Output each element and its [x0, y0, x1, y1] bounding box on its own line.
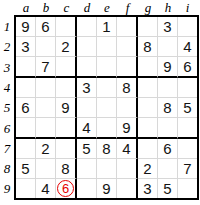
digit: 9 [61, 99, 69, 116]
row-labels: 123456789 [0, 17, 14, 198]
cell-h9[interactable]: 5 [158, 179, 178, 198]
cell-e4[interactable] [97, 78, 117, 98]
cell-h1[interactable]: 3 [158, 17, 178, 37]
cell-c3[interactable] [56, 57, 77, 78]
digit: 5 [163, 180, 171, 197]
digit: 5 [82, 140, 90, 157]
cell-d6[interactable]: 4 [77, 118, 97, 139]
col-label-a: a [16, 0, 36, 15]
digit: 3 [21, 38, 29, 55]
col-label-g: g [138, 0, 158, 15]
cell-a7[interactable] [16, 139, 36, 159]
cell-i3[interactable]: 6 [178, 57, 197, 78]
cell-h7[interactable]: 6 [158, 139, 178, 159]
cell-i1[interactable] [178, 17, 197, 37]
cell-a6[interactable] [16, 118, 36, 139]
cell-a4[interactable] [16, 78, 36, 98]
cell-e5[interactable] [97, 98, 117, 118]
digit: 6 [163, 140, 171, 157]
cell-c1[interactable] [56, 17, 77, 37]
cell-c9[interactable]: 6 [56, 179, 77, 198]
cell-g4[interactable] [138, 78, 158, 98]
digit: 8 [122, 79, 130, 96]
cell-d9[interactable] [77, 179, 97, 198]
cell-h5[interactable]: 8 [158, 98, 178, 118]
row-label-4: 4 [0, 78, 14, 98]
cell-c5[interactable]: 9 [56, 98, 77, 118]
cell-i8[interactable]: 7 [178, 159, 197, 179]
digit: 4 [82, 119, 90, 136]
digit: 3 [143, 180, 151, 197]
cell-e3[interactable] [97, 57, 117, 78]
cell-i2[interactable]: 4 [178, 37, 197, 57]
digit: 7 [183, 160, 191, 177]
digit: 8 [143, 38, 151, 55]
cell-d4[interactable]: 3 [77, 78, 97, 98]
digit: 6 [183, 58, 191, 75]
digit: 4 [122, 140, 130, 157]
digit: 3 [82, 79, 90, 96]
cell-i7[interactable] [178, 139, 197, 159]
digit: 2 [61, 38, 69, 55]
cell-e1[interactable]: 1 [97, 17, 117, 37]
cell-e2[interactable] [97, 37, 117, 57]
digit: 6 [21, 99, 29, 116]
cell-b7[interactable]: 2 [36, 139, 56, 159]
cell-h6[interactable] [158, 118, 178, 139]
row-label-2: 2 [0, 37, 14, 57]
row-label-9: 9 [0, 179, 14, 198]
cell-h4[interactable] [158, 78, 178, 98]
cell-h3[interactable]: 9 [158, 57, 178, 78]
cell-d8[interactable] [77, 159, 97, 179]
cell-f3[interactable] [117, 57, 138, 78]
cell-d2[interactable] [77, 37, 97, 57]
cell-g8[interactable]: 2 [138, 159, 158, 179]
digit: 5 [21, 160, 29, 177]
cell-b9[interactable]: 4 [36, 179, 56, 198]
digit: 9 [102, 180, 110, 197]
cell-e8[interactable] [97, 159, 117, 179]
cell-f4[interactable]: 8 [117, 78, 138, 98]
digit: 6 [41, 18, 49, 35]
digit: 8 [61, 160, 69, 177]
cell-g6[interactable] [138, 118, 158, 139]
digit: 9 [163, 58, 171, 75]
cell-d3[interactable] [77, 57, 97, 78]
digit: 9 [21, 18, 29, 35]
row-label-6: 6 [0, 118, 14, 139]
cell-h8[interactable] [158, 159, 178, 179]
cell-f2[interactable] [117, 37, 138, 57]
cell-g9[interactable]: 3 [138, 179, 158, 198]
cell-i9[interactable] [178, 179, 197, 198]
cell-g3[interactable] [138, 57, 158, 78]
digit: 8 [163, 99, 171, 116]
cell-g1[interactable] [138, 17, 158, 37]
digit: 7 [41, 58, 49, 75]
cell-b8[interactable] [36, 159, 56, 179]
row-label-7: 7 [0, 139, 14, 159]
cell-c7[interactable] [56, 139, 77, 159]
cell-g7[interactable] [138, 139, 158, 159]
digit: 3 [163, 18, 171, 35]
digit: 9 [122, 119, 130, 136]
cell-b4[interactable] [36, 78, 56, 98]
cell-f1[interactable] [117, 17, 138, 37]
cell-g5[interactable] [138, 98, 158, 118]
cell-e6[interactable] [97, 118, 117, 139]
cell-c6[interactable] [56, 118, 77, 139]
col-label-d: d [77, 0, 97, 15]
cell-d5[interactable] [77, 98, 97, 118]
cell-a5[interactable]: 6 [16, 98, 36, 118]
cell-d7[interactable]: 5 [77, 139, 97, 159]
cell-g2[interactable]: 8 [138, 37, 158, 57]
digit: 4 [41, 180, 49, 197]
cell-f5[interactable] [117, 98, 138, 118]
col-label-e: e [97, 0, 117, 15]
cell-e9[interactable]: 9 [97, 179, 117, 198]
cell-f8[interactable] [117, 159, 138, 179]
cell-b1[interactable]: 6 [36, 17, 56, 37]
digit: 2 [41, 140, 49, 157]
digit: 1 [102, 18, 110, 35]
cell-a2[interactable]: 3 [16, 37, 36, 57]
cell-i4[interactable] [178, 78, 197, 98]
col-label-h: h [158, 0, 178, 15]
sudoku-board: 961332847963869854925846582746935 [14, 15, 199, 200]
cell-b6[interactable] [36, 118, 56, 139]
digit: 2 [143, 160, 151, 177]
cell-a9[interactable] [16, 179, 36, 198]
cell-c2[interactable]: 2 [56, 37, 77, 57]
cell-b2[interactable] [36, 37, 56, 57]
cell-c4[interactable] [56, 78, 77, 98]
digit: 4 [183, 38, 191, 55]
cell-b3[interactable]: 7 [36, 57, 56, 78]
cell-f7[interactable]: 4 [117, 139, 138, 159]
col-label-i: i [178, 0, 197, 15]
cell-h2[interactable] [158, 37, 178, 57]
col-label-c: c [56, 0, 77, 15]
row-label-1: 1 [0, 17, 14, 37]
col-label-b: b [36, 0, 56, 15]
cell-f6[interactable]: 9 [117, 118, 138, 139]
col-label-f: f [117, 0, 138, 15]
sudoku-diagram: abcdefghi 123456789 96133284796386985492… [0, 0, 200, 205]
digit: 8 [102, 140, 110, 157]
cell-e7[interactable]: 8 [97, 139, 117, 159]
row-label-5: 5 [0, 98, 14, 118]
cell-a3[interactable] [16, 57, 36, 78]
cell-c8[interactable]: 8 [56, 159, 77, 179]
cell-i6[interactable] [178, 118, 197, 139]
digit: 6 [62, 182, 69, 195]
cell-a8[interactable]: 5 [16, 159, 36, 179]
row-label-8: 8 [0, 159, 14, 179]
highlight-circle: 6 [57, 180, 74, 197]
column-labels: abcdefghi [16, 0, 197, 15]
cell-f9[interactable] [117, 179, 138, 198]
cell-d1[interactable] [77, 17, 97, 37]
cell-b5[interactable] [36, 98, 56, 118]
digit: 5 [183, 99, 191, 116]
cell-i5[interactable]: 5 [178, 98, 197, 118]
cell-a1[interactable]: 9 [16, 17, 36, 37]
row-label-3: 3 [0, 57, 14, 78]
